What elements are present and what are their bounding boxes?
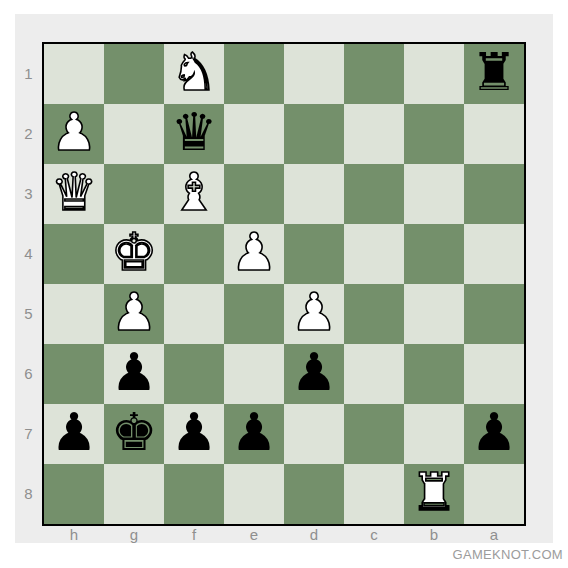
square-b3[interactable]	[404, 164, 464, 224]
white-bishop: ♝	[171, 166, 218, 218]
square-b6[interactable]	[404, 344, 464, 404]
black-pawn: ♟	[231, 406, 278, 458]
square-c6[interactable]	[344, 344, 404, 404]
square-b1[interactable]	[404, 44, 464, 104]
square-h2[interactable]: ♟	[44, 104, 104, 164]
rank-label-2: 2	[15, 104, 42, 164]
file-label-f: f	[164, 527, 224, 543]
square-c4[interactable]	[344, 224, 404, 284]
square-b5[interactable]	[404, 284, 464, 344]
file-label-g: g	[104, 527, 164, 543]
square-e8[interactable]	[224, 464, 284, 524]
square-c7[interactable]	[344, 404, 404, 464]
square-d8[interactable]	[284, 464, 344, 524]
square-a4[interactable]	[464, 224, 524, 284]
square-g2[interactable]	[104, 104, 164, 164]
black-pawn: ♟	[471, 406, 518, 458]
square-e4[interactable]: ♟	[224, 224, 284, 284]
file-label-c: c	[344, 527, 404, 543]
square-f4[interactable]	[164, 224, 224, 284]
square-f8[interactable]	[164, 464, 224, 524]
square-e3[interactable]	[224, 164, 284, 224]
square-g5[interactable]: ♟	[104, 284, 164, 344]
square-c2[interactable]	[344, 104, 404, 164]
square-f1[interactable]: ♞	[164, 44, 224, 104]
square-b8[interactable]: ♜	[404, 464, 464, 524]
square-d4[interactable]	[284, 224, 344, 284]
square-b2[interactable]	[404, 104, 464, 164]
file-label-a: a	[464, 527, 524, 543]
square-f7[interactable]: ♟	[164, 404, 224, 464]
square-g8[interactable]	[104, 464, 164, 524]
square-f3[interactable]: ♝	[164, 164, 224, 224]
square-g3[interactable]	[104, 164, 164, 224]
square-h7[interactable]: ♟	[44, 404, 104, 464]
rank-label-5: 5	[15, 284, 42, 344]
square-d5[interactable]: ♟	[284, 284, 344, 344]
square-d2[interactable]	[284, 104, 344, 164]
square-f2[interactable]: ♛	[164, 104, 224, 164]
square-d1[interactable]	[284, 44, 344, 104]
square-b4[interactable]	[404, 224, 464, 284]
black-pawn: ♟	[291, 346, 338, 398]
page: 12345678 ♞♜♟♛♛♝♚♟♟♟♟♟♟♚♟♟♟♜ hgfedcba GAM…	[0, 0, 568, 568]
white-pawn: ♟	[231, 226, 278, 278]
file-label-d: d	[284, 527, 344, 543]
square-e6[interactable]	[224, 344, 284, 404]
white-king: ♚	[111, 226, 158, 278]
white-rook: ♜	[411, 466, 458, 518]
square-e2[interactable]	[224, 104, 284, 164]
white-knight: ♞	[171, 46, 218, 98]
gameknot-watermark: GAMEKNOT.COM	[453, 547, 564, 562]
rank-label-6: 6	[15, 344, 42, 404]
square-h1[interactable]	[44, 44, 104, 104]
square-g6[interactable]: ♟	[104, 344, 164, 404]
square-b7[interactable]	[404, 404, 464, 464]
black-pawn: ♟	[171, 406, 218, 458]
square-a2[interactable]	[464, 104, 524, 164]
file-label-h: h	[44, 527, 104, 543]
square-c1[interactable]	[344, 44, 404, 104]
square-c3[interactable]	[344, 164, 404, 224]
square-f5[interactable]	[164, 284, 224, 344]
square-g7[interactable]: ♚	[104, 404, 164, 464]
white-pawn: ♟	[291, 286, 338, 338]
rank-label-7: 7	[15, 404, 42, 464]
square-a7[interactable]: ♟	[464, 404, 524, 464]
rank-label-1: 1	[15, 44, 42, 104]
black-queen: ♛	[171, 106, 218, 158]
square-a3[interactable]	[464, 164, 524, 224]
square-g1[interactable]	[104, 44, 164, 104]
square-h4[interactable]	[44, 224, 104, 284]
square-h3[interactable]: ♛	[44, 164, 104, 224]
file-label-e: e	[224, 527, 284, 543]
square-e1[interactable]	[224, 44, 284, 104]
black-rook: ♜	[471, 46, 518, 98]
square-h6[interactable]	[44, 344, 104, 404]
black-pawn: ♟	[111, 346, 158, 398]
square-g4[interactable]: ♚	[104, 224, 164, 284]
white-pawn: ♟	[111, 286, 158, 338]
square-e5[interactable]	[224, 284, 284, 344]
rank-label-4: 4	[15, 224, 42, 284]
black-king: ♚	[111, 406, 158, 458]
black-pawn: ♟	[51, 406, 98, 458]
square-d6[interactable]: ♟	[284, 344, 344, 404]
white-queen: ♛	[51, 166, 98, 218]
file-label-b: b	[404, 527, 464, 543]
square-a5[interactable]	[464, 284, 524, 344]
square-f6[interactable]	[164, 344, 224, 404]
square-a1[interactable]: ♜	[464, 44, 524, 104]
rank-label-3: 3	[15, 164, 42, 224]
square-h5[interactable]	[44, 284, 104, 344]
square-d7[interactable]	[284, 404, 344, 464]
square-a8[interactable]	[464, 464, 524, 524]
chess-board: ♞♜♟♛♛♝♚♟♟♟♟♟♟♚♟♟♟♜	[42, 42, 526, 526]
square-c5[interactable]	[344, 284, 404, 344]
square-e7[interactable]: ♟	[224, 404, 284, 464]
square-d3[interactable]	[284, 164, 344, 224]
square-h8[interactable]	[44, 464, 104, 524]
square-a6[interactable]	[464, 344, 524, 404]
square-c8[interactable]	[344, 464, 404, 524]
rank-label-8: 8	[15, 464, 42, 524]
white-pawn: ♟	[51, 106, 98, 158]
